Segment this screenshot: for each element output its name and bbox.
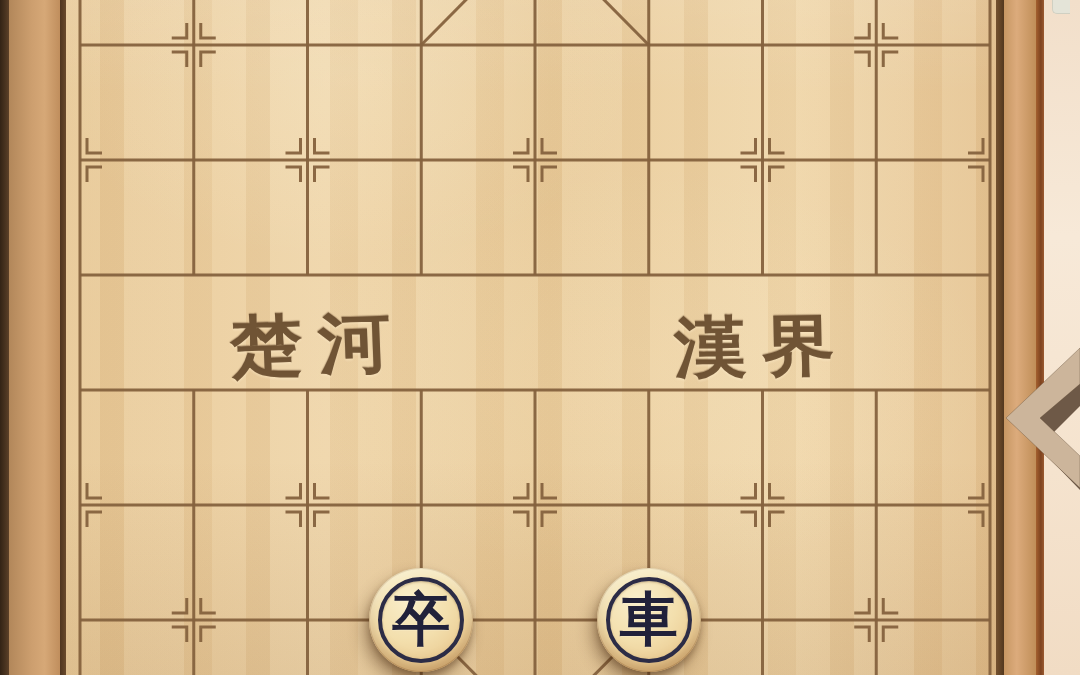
intersection-f0-r4[interactable]: [23, 218, 137, 333]
intersection-f2-r2[interactable]: [251, 0, 365, 103]
intersection-f3-r2[interactable]: [364, 0, 478, 103]
piece-black-soldier[interactable]: 卒: [369, 568, 473, 672]
intersection-f4-r7[interactable]: [478, 563, 592, 675]
intersection-f0-r7[interactable]: [23, 563, 137, 675]
intersection-f2-r5[interactable]: [251, 333, 365, 448]
intersection-f2-r7[interactable]: [251, 563, 365, 675]
intersection-f4-r6[interactable]: [478, 448, 592, 563]
intersection-f2-r3[interactable]: [251, 103, 365, 218]
intersection-f5-r4[interactable]: [592, 218, 706, 333]
intersection-f1-r7[interactable]: [137, 563, 251, 675]
intersection-f1-r2[interactable]: [137, 0, 251, 103]
intersection-f1-r5[interactable]: [137, 333, 251, 448]
intersection-f7-r5[interactable]: [819, 333, 933, 448]
piece-glyph: 車: [597, 568, 701, 672]
intersection-f3-r4[interactable]: [364, 218, 478, 333]
intersection-f6-r2[interactable]: [706, 0, 820, 103]
intersection-f0-r3[interactable]: [23, 103, 137, 218]
intersection-f6-r7[interactable]: [706, 563, 820, 675]
top-right-button-fragment: [1052, 0, 1070, 14]
intersection-f7-r3[interactable]: [819, 103, 933, 218]
intersection-f5-r6[interactable]: [592, 448, 706, 563]
intersection-f8-r4[interactable]: [933, 218, 1047, 333]
intersection-f4-r3[interactable]: [478, 103, 592, 218]
intersection-f8-r3[interactable]: [933, 103, 1047, 218]
intersection-f5-r3[interactable]: [592, 103, 706, 218]
frame-left-edge: [0, 0, 9, 675]
intersection-f8-r7[interactable]: [933, 563, 1047, 675]
intersection-f2-r6[interactable]: [251, 448, 365, 563]
intersection-f7-r6[interactable]: [819, 448, 933, 563]
board-grid: 卒車: [23, 0, 1047, 675]
xiangqi-game-screen: 楚河 漢界 卒車: [0, 0, 1080, 675]
intersection-f6-r6[interactable]: [706, 448, 820, 563]
intersection-f1-r4[interactable]: [137, 218, 251, 333]
intersection-f5-r2[interactable]: [592, 0, 706, 103]
piece-black-chariot[interactable]: 車: [597, 568, 701, 672]
intersection-f6-r4[interactable]: [706, 218, 820, 333]
intersection-f0-r6[interactable]: [23, 448, 137, 563]
intersection-f8-r2[interactable]: [933, 0, 1047, 103]
intersection-f6-r3[interactable]: [706, 103, 820, 218]
intersection-f7-r7[interactable]: [819, 563, 933, 675]
intersection-f5-r5[interactable]: [592, 333, 706, 448]
intersection-f8-r6[interactable]: [933, 448, 1047, 563]
intersection-f2-r4[interactable]: [251, 218, 365, 333]
intersection-f0-r2[interactable]: [23, 0, 137, 103]
intersection-f7-r2[interactable]: [819, 0, 933, 103]
intersection-f6-r5[interactable]: [706, 333, 820, 448]
intersection-f3-r5[interactable]: [364, 333, 478, 448]
intersection-f7-r4[interactable]: [819, 218, 933, 333]
intersection-f1-r6[interactable]: [137, 448, 251, 563]
intersection-f3-r6[interactable]: [364, 448, 478, 563]
intersection-f4-r2[interactable]: [478, 0, 592, 103]
intersection-f4-r5[interactable]: [478, 333, 592, 448]
intersection-f1-r3[interactable]: [137, 103, 251, 218]
intersection-f4-r4[interactable]: [478, 218, 592, 333]
intersection-f0-r5[interactable]: [23, 333, 137, 448]
piece-glyph: 卒: [369, 568, 473, 672]
intersection-f3-r3[interactable]: [364, 103, 478, 218]
